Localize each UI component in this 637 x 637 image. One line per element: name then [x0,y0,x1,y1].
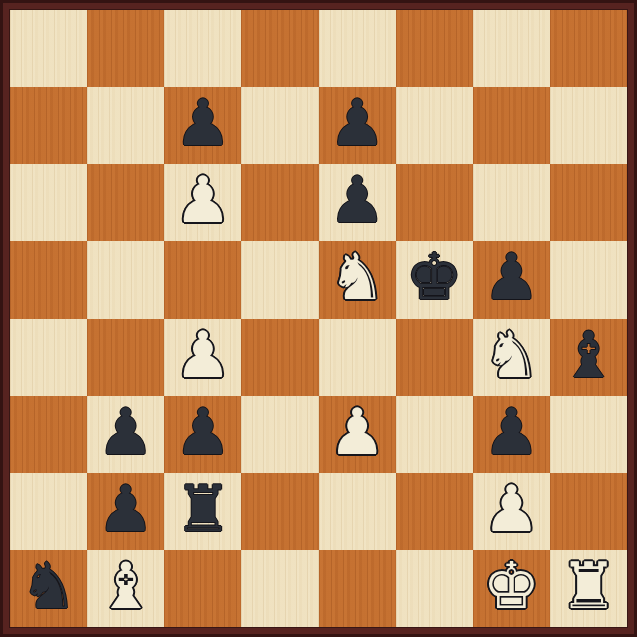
square-d3[interactable] [241,396,318,473]
square-e4[interactable] [319,319,396,396]
square-g8[interactable] [473,10,550,87]
square-e3[interactable]: ♟ [319,396,396,473]
square-b4[interactable] [87,319,164,396]
white-knight-g4: ♞ [483,319,540,394]
square-b7[interactable] [87,87,164,164]
square-g3[interactable]: ♟ [473,396,550,473]
square-e6[interactable]: ♟ [319,164,396,241]
square-f4[interactable] [396,319,473,396]
black-king-f5: ♚ [406,241,463,316]
square-e7[interactable]: ♟ [319,87,396,164]
white-bishop-b1: ♝ [97,550,154,625]
black-pawn-b3: ♟ [97,396,154,471]
white-king-g1: ♚ [483,550,540,625]
square-c6[interactable]: ♟ [164,164,241,241]
square-h7[interactable] [550,87,627,164]
black-rook-c2: ♜ [174,473,231,548]
square-b3[interactable]: ♟ [87,396,164,473]
square-c8[interactable] [164,10,241,87]
black-pawn-g3: ♟ [483,396,540,471]
black-knight-a1: ♞ [20,550,77,625]
square-a1[interactable]: ♞ [10,550,87,627]
square-d6[interactable] [241,164,318,241]
black-pawn-b2: ♟ [97,473,154,548]
square-d5[interactable] [241,241,318,318]
square-a5[interactable] [10,241,87,318]
square-h2[interactable] [550,473,627,550]
square-b1[interactable]: ♝ [87,550,164,627]
square-g1[interactable]: ♚ [473,550,550,627]
white-pawn-e3: ♟ [328,396,385,471]
square-b8[interactable] [87,10,164,87]
square-f7[interactable] [396,87,473,164]
white-knight-e5: ♞ [328,241,385,316]
square-a6[interactable] [10,164,87,241]
square-c1[interactable] [164,550,241,627]
chess-board: ♟♟♟♟♞♚♟♟♞♝♟♟♟♟♟♜♟♞♝♚♜ [10,10,627,627]
square-f2[interactable] [396,473,473,550]
white-pawn-c4: ♟ [174,319,231,394]
black-pawn-e6: ♟ [328,164,385,239]
square-b2[interactable]: ♟ [87,473,164,550]
square-f8[interactable] [396,10,473,87]
square-h8[interactable] [550,10,627,87]
square-h4[interactable]: ♝ [550,319,627,396]
square-h5[interactable] [550,241,627,318]
square-h6[interactable] [550,164,627,241]
square-a3[interactable] [10,396,87,473]
square-c2[interactable]: ♜ [164,473,241,550]
square-b6[interactable] [87,164,164,241]
square-d8[interactable] [241,10,318,87]
black-pawn-c3: ♟ [174,396,231,471]
square-c7[interactable]: ♟ [164,87,241,164]
square-b5[interactable] [87,241,164,318]
black-pawn-e7: ♟ [328,87,385,162]
square-g5[interactable]: ♟ [473,241,550,318]
square-d1[interactable] [241,550,318,627]
white-rook-h1: ♜ [560,550,617,625]
square-d7[interactable] [241,87,318,164]
black-pawn-g5: ♟ [483,241,540,316]
square-d2[interactable] [241,473,318,550]
square-g2[interactable]: ♟ [473,473,550,550]
square-f6[interactable] [396,164,473,241]
white-pawn-c6: ♟ [174,164,231,239]
white-pawn-g2: ♟ [483,473,540,548]
square-g7[interactable] [473,87,550,164]
square-c3[interactable]: ♟ [164,396,241,473]
square-g6[interactable] [473,164,550,241]
square-a8[interactable] [10,10,87,87]
square-e8[interactable] [319,10,396,87]
board-frame: ♟♟♟♟♞♚♟♟♞♝♟♟♟♟♟♜♟♞♝♚♜ [0,0,637,637]
square-c5[interactable] [164,241,241,318]
square-a2[interactable] [10,473,87,550]
square-e5[interactable]: ♞ [319,241,396,318]
square-h3[interactable] [550,396,627,473]
square-a4[interactable] [10,319,87,396]
square-e1[interactable] [319,550,396,627]
square-h1[interactable]: ♜ [550,550,627,627]
square-a7[interactable] [10,87,87,164]
square-f1[interactable] [396,550,473,627]
square-f5[interactable]: ♚ [396,241,473,318]
square-c4[interactable]: ♟ [164,319,241,396]
black-pawn-c7: ♟ [174,87,231,162]
square-d4[interactable] [241,319,318,396]
square-f3[interactable] [396,396,473,473]
black-bishop-h4: ♝ [560,319,617,394]
square-g4[interactable]: ♞ [473,319,550,396]
square-e2[interactable] [319,473,396,550]
